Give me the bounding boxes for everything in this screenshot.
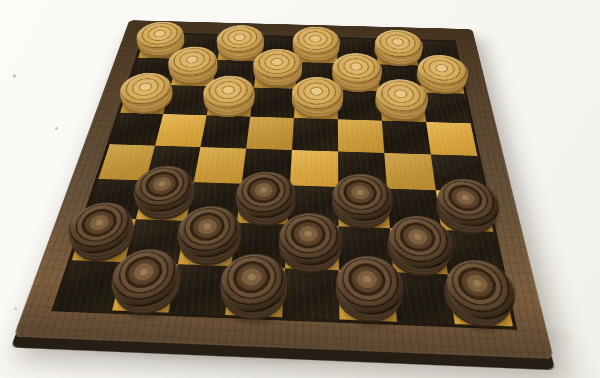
photo-background: { "game": "checkers (draughts)", "scene"… <box>0 0 600 378</box>
dark-checker <box>336 187 387 228</box>
photo-speck <box>55 127 58 130</box>
square-r2c1 <box>129 58 177 85</box>
square-r2c8 <box>418 65 464 93</box>
dark-checker <box>445 273 510 325</box>
dark-checker <box>390 229 448 275</box>
square-r3c1 <box>120 84 171 114</box>
light-checker <box>336 64 378 92</box>
square-r1c7 <box>376 40 418 66</box>
dark-checker <box>71 216 135 261</box>
dark-checker <box>282 226 336 272</box>
square-r4c7 <box>382 121 431 155</box>
square-r1c8 <box>415 41 459 67</box>
dark-checker <box>224 267 284 318</box>
square-r2c5 <box>296 62 338 90</box>
square-r1c2 <box>178 35 222 60</box>
square-r2c2 <box>171 59 218 87</box>
square-r3c4 <box>250 88 295 118</box>
dark-checker <box>136 179 194 219</box>
square-r1c4 <box>257 37 298 63</box>
square-r2c7 <box>378 64 422 92</box>
light-checker <box>206 87 253 117</box>
square-r2c4 <box>254 61 297 89</box>
square-r3c7 <box>380 91 426 122</box>
square-r1c5 <box>297 38 337 64</box>
photo-speck <box>12 74 17 79</box>
square-r3c2 <box>163 85 212 115</box>
dark-checker <box>340 269 398 320</box>
square-r4c5 <box>292 118 338 152</box>
square-r4c4 <box>246 117 294 150</box>
photo-speck <box>14 307 17 310</box>
checkers-board <box>13 20 553 359</box>
square-r3c5 <box>294 89 338 120</box>
square-r3c8 <box>422 92 471 123</box>
dark-checker <box>180 219 239 264</box>
dark-checker <box>114 262 180 312</box>
dark-checker <box>239 185 292 226</box>
square-r1c1 <box>138 34 184 59</box>
dark-checker <box>437 192 495 234</box>
square-r4c2 <box>155 114 207 147</box>
